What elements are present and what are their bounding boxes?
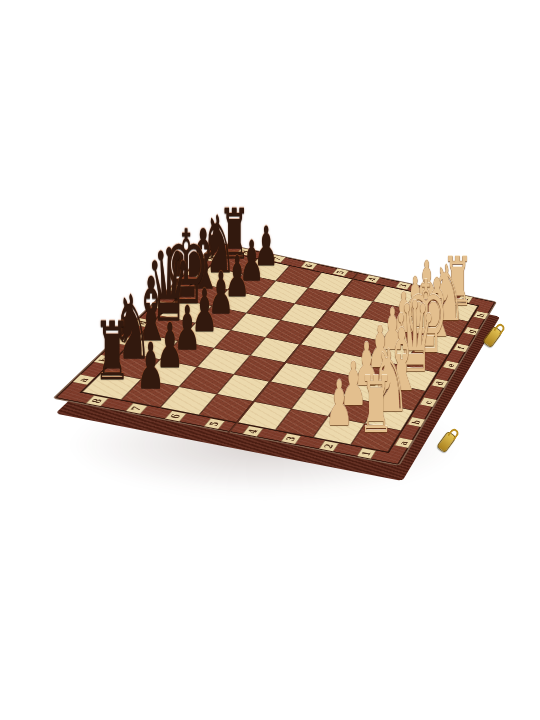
rank-label-7: 7 bbox=[125, 403, 148, 414]
rank-label-6: 6 bbox=[164, 411, 186, 422]
rank-label-3: 3 bbox=[280, 433, 301, 444]
piece-white-rook-a1[interactable]: ♜ bbox=[357, 366, 396, 444]
rank-label-4: 4 bbox=[242, 426, 263, 437]
rank-label-2: 2 bbox=[318, 441, 338, 452]
rank-label-5: 5 bbox=[203, 418, 225, 429]
file-label-h: h bbox=[473, 311, 488, 319]
rank-label-1: 1 bbox=[356, 448, 376, 459]
file-label-a: a bbox=[394, 438, 413, 449]
piece-white-pawn-a2[interactable]: ♟ bbox=[324, 373, 355, 435]
piece-black-pawn-a7[interactable]: ♟ bbox=[135, 335, 167, 398]
chess-set-photo: 88aa77bb66cc55dd44ee33ff22gg11hh ♜♞♝♛♚♝♞… bbox=[0, 0, 540, 720]
piece-black-rook-a8[interactable]: ♜ bbox=[92, 311, 132, 391]
